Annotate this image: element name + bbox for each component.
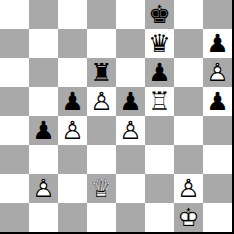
black-pawn: ♟ bbox=[116, 87, 145, 116]
black-pawn: ♟ bbox=[58, 87, 87, 116]
white-rook: ♖ bbox=[145, 87, 174, 116]
square-b4[interactable]: ♟ bbox=[29, 116, 58, 145]
square-h3[interactable] bbox=[203, 145, 232, 174]
white-pawn: ♙ bbox=[87, 87, 116, 116]
square-d7[interactable] bbox=[87, 29, 116, 58]
square-a4[interactable] bbox=[0, 116, 29, 145]
black-queen: ♛ bbox=[145, 29, 174, 58]
square-b6[interactable] bbox=[29, 58, 58, 87]
square-d8[interactable] bbox=[87, 0, 116, 29]
square-f2[interactable] bbox=[145, 174, 174, 203]
square-c7[interactable] bbox=[58, 29, 87, 58]
square-d1[interactable] bbox=[87, 203, 116, 232]
square-b2[interactable]: ♟♙ bbox=[29, 174, 58, 203]
chess-diagram: ♚♛♟♜♟♟♙♟♟♙♟♜♖♟♟♟♙♟♙♟♙♛♕♟♙♚♔ bbox=[0, 0, 234, 234]
square-d5[interactable]: ♟♙ bbox=[87, 87, 116, 116]
square-h4[interactable] bbox=[203, 116, 232, 145]
white-pawn: ♙ bbox=[29, 174, 58, 203]
square-e2[interactable] bbox=[116, 174, 145, 203]
white-pawn: ♙ bbox=[203, 58, 232, 87]
square-b7[interactable] bbox=[29, 29, 58, 58]
square-d4[interactable] bbox=[87, 116, 116, 145]
square-c5[interactable]: ♟ bbox=[58, 87, 87, 116]
chess-board: ♚♛♟♜♟♟♙♟♟♙♟♜♖♟♟♟♙♟♙♟♙♛♕♟♙♚♔ bbox=[0, 0, 234, 234]
square-c4[interactable]: ♟♙ bbox=[58, 116, 87, 145]
square-b5[interactable] bbox=[29, 87, 58, 116]
square-g3[interactable] bbox=[174, 145, 203, 174]
black-king: ♚ bbox=[145, 0, 174, 29]
square-e1[interactable] bbox=[116, 203, 145, 232]
square-c6[interactable] bbox=[58, 58, 87, 87]
square-f7[interactable]: ♛ bbox=[145, 29, 174, 58]
square-f3[interactable] bbox=[145, 145, 174, 174]
square-h5[interactable]: ♟ bbox=[203, 87, 232, 116]
square-f1[interactable] bbox=[145, 203, 174, 232]
white-king: ♔ bbox=[174, 203, 203, 232]
square-b1[interactable] bbox=[29, 203, 58, 232]
square-c1[interactable] bbox=[58, 203, 87, 232]
white-pawn: ♙ bbox=[58, 116, 87, 145]
square-c8[interactable] bbox=[58, 0, 87, 29]
square-a3[interactable] bbox=[0, 145, 29, 174]
square-d3[interactable] bbox=[87, 145, 116, 174]
square-b8[interactable] bbox=[29, 0, 58, 29]
black-pawn: ♟ bbox=[145, 58, 174, 87]
square-h1[interactable] bbox=[203, 203, 232, 232]
square-f8[interactable]: ♚ bbox=[145, 0, 174, 29]
square-h6[interactable]: ♟♙ bbox=[203, 58, 232, 87]
square-g7[interactable] bbox=[174, 29, 203, 58]
black-pawn: ♟ bbox=[29, 116, 58, 145]
square-d2[interactable]: ♛♕ bbox=[87, 174, 116, 203]
square-a8[interactable] bbox=[0, 0, 29, 29]
square-h2[interactable] bbox=[203, 174, 232, 203]
square-e6[interactable] bbox=[116, 58, 145, 87]
white-queen: ♕ bbox=[87, 174, 116, 203]
square-f4[interactable] bbox=[145, 116, 174, 145]
square-g1[interactable]: ♚♔ bbox=[174, 203, 203, 232]
square-a5[interactable] bbox=[0, 87, 29, 116]
black-pawn: ♟ bbox=[203, 29, 232, 58]
square-a2[interactable] bbox=[0, 174, 29, 203]
square-e8[interactable] bbox=[116, 0, 145, 29]
white-pawn: ♙ bbox=[174, 174, 203, 203]
square-d6[interactable]: ♜ bbox=[87, 58, 116, 87]
square-c3[interactable] bbox=[58, 145, 87, 174]
square-a6[interactable] bbox=[0, 58, 29, 87]
white-pawn: ♙ bbox=[116, 116, 145, 145]
square-b3[interactable] bbox=[29, 145, 58, 174]
square-h8[interactable] bbox=[203, 0, 232, 29]
square-g6[interactable] bbox=[174, 58, 203, 87]
square-e5[interactable]: ♟ bbox=[116, 87, 145, 116]
square-a1[interactable] bbox=[0, 203, 29, 232]
square-h7[interactable]: ♟ bbox=[203, 29, 232, 58]
square-g8[interactable] bbox=[174, 0, 203, 29]
square-a7[interactable] bbox=[0, 29, 29, 58]
square-g4[interactable] bbox=[174, 116, 203, 145]
square-f5[interactable]: ♜♖ bbox=[145, 87, 174, 116]
square-e7[interactable] bbox=[116, 29, 145, 58]
square-g5[interactable] bbox=[174, 87, 203, 116]
black-rook: ♜ bbox=[87, 58, 116, 87]
square-c2[interactable] bbox=[58, 174, 87, 203]
square-e4[interactable]: ♟♙ bbox=[116, 116, 145, 145]
square-e3[interactable] bbox=[116, 145, 145, 174]
black-pawn: ♟ bbox=[203, 87, 232, 116]
square-g2[interactable]: ♟♙ bbox=[174, 174, 203, 203]
square-f6[interactable]: ♟ bbox=[145, 58, 174, 87]
